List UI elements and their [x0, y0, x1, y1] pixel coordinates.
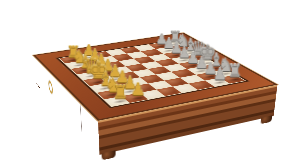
drawer-seam: [80, 102, 82, 135]
chess-set-photo: ♜♞♝♛♚♝♞♜♟♟♟♟♟♟♟♟♟♟♟♟♟♟♟♟♜♞♝♛♚♝♞♜: [0, 0, 290, 167]
chess-case: ♜♞♝♛♚♝♞♜♟♟♟♟♟♟♟♟♟♟♟♟♟♟♟♟♜♞♝♛♚♝♞♜: [33, 33, 278, 121]
black-pawn-icon: ♟: [207, 67, 234, 83]
bun-foot-left: [36, 83, 40, 93]
scene: ♜♞♝♛♚♝♞♜♟♟♟♟♟♟♟♟♟♟♟♟♟♟♟♟♜♞♝♛♚♝♞♜: [0, 0, 290, 167]
drawer-ring-pull-icon[interactable]: [48, 79, 53, 96]
bun-foot-front: [102, 150, 116, 160]
bun-foot-right: [260, 115, 272, 124]
white-rook-icon: ♜: [106, 84, 135, 102]
